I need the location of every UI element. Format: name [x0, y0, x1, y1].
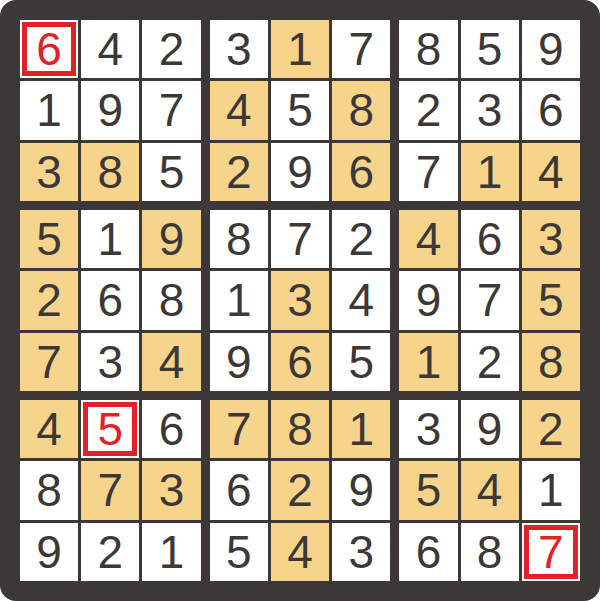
cell-r3c3[interactable]: 5 — [142, 143, 200, 201]
board-frame: 6423178591974582363852967145198724632681… — [0, 0, 600, 601]
cell-r1c2[interactable]: 4 — [81, 20, 139, 78]
cell-r1c8[interactable]: 5 — [461, 20, 519, 78]
cell-r9c8[interactable]: 8 — [461, 523, 519, 581]
cell-r9c4[interactable]: 5 — [210, 523, 268, 581]
cell-r5c8[interactable]: 7 — [461, 271, 519, 329]
cell-r8c1[interactable]: 8 — [20, 461, 78, 519]
cell-r1c5[interactable]: 1 — [271, 20, 329, 78]
cell-r2c6[interactable]: 8 — [332, 81, 390, 139]
cell-r7c8[interactable]: 9 — [461, 400, 519, 458]
cell-r6c3[interactable]: 4 — [142, 333, 200, 391]
cell-r4c4[interactable]: 8 — [210, 210, 268, 268]
cell-r7c5[interactable]: 8 — [271, 400, 329, 458]
cell-r2c9[interactable]: 6 — [522, 81, 580, 139]
cell-r9c3[interactable]: 1 — [142, 523, 200, 581]
cell-r6c8[interactable]: 2 — [461, 333, 519, 391]
cell-r3c5[interactable]: 9 — [271, 143, 329, 201]
cell-r8c2[interactable]: 7 — [81, 461, 139, 519]
cell-r6c9[interactable]: 8 — [522, 333, 580, 391]
cell-r5c2[interactable]: 6 — [81, 271, 139, 329]
cell-r8c8[interactable]: 4 — [461, 461, 519, 519]
cell-r5c7[interactable]: 9 — [399, 271, 457, 329]
cell-r6c6[interactable]: 5 — [332, 333, 390, 391]
cell-r9c5[interactable]: 4 — [271, 523, 329, 581]
cell-r4c3[interactable]: 9 — [142, 210, 200, 268]
cell-r7c6[interactable]: 1 — [332, 400, 390, 458]
cell-r2c1[interactable]: 1 — [20, 81, 78, 139]
cell-r2c8[interactable]: 3 — [461, 81, 519, 139]
cell-r4c7[interactable]: 4 — [399, 210, 457, 268]
cell-r2c5[interactable]: 5 — [271, 81, 329, 139]
cell-r6c7[interactable]: 1 — [399, 333, 457, 391]
cell-r3c2[interactable]: 8 — [81, 143, 139, 201]
cell-r8c6[interactable]: 9 — [332, 461, 390, 519]
cell-r8c5[interactable]: 2 — [271, 461, 329, 519]
cell-r1c1[interactable]: 6 — [20, 20, 78, 78]
cell-r7c1[interactable]: 4 — [20, 400, 78, 458]
cell-r6c5[interactable]: 6 — [271, 333, 329, 391]
cell-r3c9[interactable]: 4 — [522, 143, 580, 201]
sudoku-board: 6423178591974582363852967145198724632681… — [20, 20, 580, 581]
cell-r3c7[interactable]: 7 — [399, 143, 457, 201]
cell-r5c5[interactable]: 3 — [271, 271, 329, 329]
cell-r9c7[interactable]: 6 — [399, 523, 457, 581]
cell-r6c2[interactable]: 3 — [81, 333, 139, 391]
cell-r7c4[interactable]: 7 — [210, 400, 268, 458]
cell-r9c2[interactable]: 2 — [81, 523, 139, 581]
cell-r8c4[interactable]: 6 — [210, 461, 268, 519]
cell-r3c8[interactable]: 1 — [461, 143, 519, 201]
cell-r4c1[interactable]: 5 — [20, 210, 78, 268]
cell-r8c7[interactable]: 5 — [399, 461, 457, 519]
cell-r6c4[interactable]: 9 — [210, 333, 268, 391]
cell-r7c7[interactable]: 3 — [399, 400, 457, 458]
cell-r9c9[interactable]: 7 — [522, 523, 580, 581]
cell-r9c6[interactable]: 3 — [332, 523, 390, 581]
cell-r3c6[interactable]: 6 — [332, 143, 390, 201]
cell-r8c9[interactable]: 1 — [522, 461, 580, 519]
cell-r1c7[interactable]: 8 — [399, 20, 457, 78]
cell-r9c1[interactable]: 9 — [20, 523, 78, 581]
cell-r5c9[interactable]: 5 — [522, 271, 580, 329]
cell-r1c9[interactable]: 9 — [522, 20, 580, 78]
cell-r8c3[interactable]: 3 — [142, 461, 200, 519]
cell-r5c3[interactable]: 8 — [142, 271, 200, 329]
cell-r3c4[interactable]: 2 — [210, 143, 268, 201]
cell-r7c3[interactable]: 6 — [142, 400, 200, 458]
cell-r2c3[interactable]: 7 — [142, 81, 200, 139]
cell-r5c6[interactable]: 4 — [332, 271, 390, 329]
cell-r1c6[interactable]: 7 — [332, 20, 390, 78]
cell-r5c4[interactable]: 1 — [210, 271, 268, 329]
cell-r4c2[interactable]: 1 — [81, 210, 139, 268]
cell-r4c5[interactable]: 7 — [271, 210, 329, 268]
cell-r6c1[interactable]: 7 — [20, 333, 78, 391]
cell-r3c1[interactable]: 3 — [20, 143, 78, 201]
cell-r2c4[interactable]: 4 — [210, 81, 268, 139]
cell-r4c6[interactable]: 2 — [332, 210, 390, 268]
cell-r1c4[interactable]: 3 — [210, 20, 268, 78]
cell-r2c2[interactable]: 9 — [81, 81, 139, 139]
cell-r1c3[interactable]: 2 — [142, 20, 200, 78]
cell-r7c9[interactable]: 2 — [522, 400, 580, 458]
cell-r7c2[interactable]: 5 — [81, 400, 139, 458]
cell-r4c9[interactable]: 3 — [522, 210, 580, 268]
cell-r5c1[interactable]: 2 — [20, 271, 78, 329]
cell-r4c8[interactable]: 6 — [461, 210, 519, 268]
cell-r2c7[interactable]: 2 — [399, 81, 457, 139]
